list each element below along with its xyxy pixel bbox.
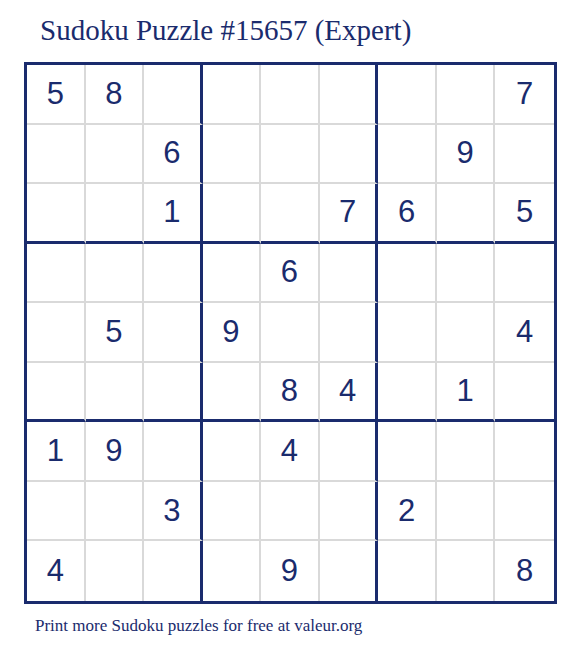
cell-r9c3 <box>144 541 203 601</box>
cell-r5c1 <box>27 303 86 363</box>
cell-r7c4 <box>203 422 262 482</box>
cell-r6c4 <box>203 363 262 423</box>
cell-r4c6 <box>320 244 379 304</box>
cell-r6c1 <box>27 363 86 423</box>
cell-r7c8 <box>437 422 496 482</box>
cell-r2c6 <box>320 125 379 185</box>
cell-r9c5: 9 <box>261 541 320 601</box>
cell-r3c9: 5 <box>495 184 554 244</box>
cell-r8c9 <box>495 482 554 542</box>
cell-r9c8 <box>437 541 496 601</box>
cell-r9c9: 8 <box>495 541 554 601</box>
cell-r2c2 <box>86 125 145 185</box>
cell-r3c8 <box>437 184 496 244</box>
cell-r8c2 <box>86 482 145 542</box>
cell-r1c4 <box>203 65 262 125</box>
cell-r1c8 <box>437 65 496 125</box>
cell-r6c7 <box>378 363 437 423</box>
cell-r1c9: 7 <box>495 65 554 125</box>
cell-r7c1: 1 <box>27 422 86 482</box>
cell-r2c3: 6 <box>144 125 203 185</box>
cell-r6c2 <box>86 363 145 423</box>
cell-r4c9 <box>495 244 554 304</box>
cell-r5c9: 4 <box>495 303 554 363</box>
cell-r5c8 <box>437 303 496 363</box>
cell-r7c9 <box>495 422 554 482</box>
cell-r1c5 <box>261 65 320 125</box>
cell-r8c4 <box>203 482 262 542</box>
cell-r1c7 <box>378 65 437 125</box>
cell-r2c4 <box>203 125 262 185</box>
cell-r5c5 <box>261 303 320 363</box>
cell-r2c5 <box>261 125 320 185</box>
cell-r4c4 <box>203 244 262 304</box>
cell-r8c1 <box>27 482 86 542</box>
cell-r5c3 <box>144 303 203 363</box>
cell-r6c9 <box>495 363 554 423</box>
cell-r4c1 <box>27 244 86 304</box>
cell-r1c2: 8 <box>86 65 145 125</box>
cell-r4c7 <box>378 244 437 304</box>
cell-r9c7 <box>378 541 437 601</box>
cell-r1c1: 5 <box>27 65 86 125</box>
cell-r7c2: 9 <box>86 422 145 482</box>
cell-r8c7: 2 <box>378 482 437 542</box>
footer-note: Print more Sudoku puzzles for free at va… <box>35 616 362 636</box>
cell-r1c3 <box>144 65 203 125</box>
cell-r4c8 <box>437 244 496 304</box>
sudoku-grid: 587691765659484119432498 <box>24 62 557 604</box>
cell-r9c4 <box>203 541 262 601</box>
cell-r3c4 <box>203 184 262 244</box>
cell-r9c2 <box>86 541 145 601</box>
cell-r5c7 <box>378 303 437 363</box>
cell-r5c4: 9 <box>203 303 262 363</box>
cell-r6c3 <box>144 363 203 423</box>
cell-r3c5 <box>261 184 320 244</box>
cell-r7c5: 4 <box>261 422 320 482</box>
cell-r6c6: 4 <box>320 363 379 423</box>
cell-r5c6 <box>320 303 379 363</box>
cell-r5c2: 5 <box>86 303 145 363</box>
cell-r3c2 <box>86 184 145 244</box>
cell-r6c8: 1 <box>437 363 496 423</box>
cell-r8c6 <box>320 482 379 542</box>
cell-r3c1 <box>27 184 86 244</box>
cell-r2c8: 9 <box>437 125 496 185</box>
cell-r6c5: 8 <box>261 363 320 423</box>
cell-r7c6 <box>320 422 379 482</box>
cell-r8c8 <box>437 482 496 542</box>
cell-r9c6 <box>320 541 379 601</box>
cell-r1c6 <box>320 65 379 125</box>
cell-r4c5: 6 <box>261 244 320 304</box>
cell-r2c7 <box>378 125 437 185</box>
page-title: Sudoku Puzzle #15657 (Expert) <box>40 14 411 47</box>
cell-r8c3: 3 <box>144 482 203 542</box>
cell-r4c3 <box>144 244 203 304</box>
cell-r3c7: 6 <box>378 184 437 244</box>
cell-r2c1 <box>27 125 86 185</box>
cell-r8c5 <box>261 482 320 542</box>
cell-r3c3: 1 <box>144 184 203 244</box>
cell-r9c1: 4 <box>27 541 86 601</box>
cell-r7c3 <box>144 422 203 482</box>
cell-r2c9 <box>495 125 554 185</box>
cell-r7c7 <box>378 422 437 482</box>
cell-r3c6: 7 <box>320 184 379 244</box>
cell-r4c2 <box>86 244 145 304</box>
